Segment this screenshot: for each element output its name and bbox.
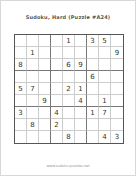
cell-r3c5: 6 (63, 59, 75, 71)
cell-r6c3: 9 (39, 95, 51, 107)
cell-r7c1: 3 (15, 107, 27, 119)
cell-r7c7: 1 (87, 107, 99, 119)
cell-r2c6[interactable] (75, 47, 87, 59)
footer-url: www.sudoku-puzzles.net (1, 164, 135, 168)
cell-r4c9[interactable] (111, 71, 123, 83)
cell-r8c6[interactable] (75, 119, 87, 131)
cell-r5c4[interactable] (51, 83, 63, 95)
cell-r7c6[interactable] (75, 107, 87, 119)
cell-r2c9: 9 (111, 47, 123, 59)
cell-r9c3[interactable] (39, 131, 51, 143)
cell-r9c1[interactable] (15, 131, 27, 143)
cell-r3c2[interactable] (27, 59, 39, 71)
cell-r4c8[interactable] (99, 71, 111, 83)
cell-r6c8: 1 (99, 95, 111, 107)
cell-r7c8: 7 (99, 107, 111, 119)
cell-r1c6[interactable] (75, 35, 87, 47)
cell-r9c6[interactable] (75, 131, 87, 143)
cell-r5c8[interactable] (99, 83, 111, 95)
cell-r9c9: 3 (111, 131, 123, 143)
cell-r6c5[interactable] (63, 95, 75, 107)
cell-r8c7[interactable] (87, 119, 99, 131)
cell-r6c6: 4 (75, 95, 87, 107)
cell-r9c4[interactable] (51, 131, 63, 143)
cell-r3c7[interactable] (87, 59, 99, 71)
cell-r9c2[interactable] (27, 131, 39, 143)
cell-r1c2[interactable] (27, 35, 39, 47)
cell-r8c8[interactable] (99, 119, 111, 131)
cell-r7c9[interactable] (111, 107, 123, 119)
cell-r1c3[interactable] (39, 35, 51, 47)
cell-r3c8[interactable] (99, 59, 111, 71)
cell-r3c3[interactable] (39, 59, 51, 71)
cell-r5c1: 5 (15, 83, 27, 95)
cell-r4c3[interactable] (39, 71, 51, 83)
cell-r4c4[interactable] (51, 71, 63, 83)
cell-r2c2: 1 (27, 47, 39, 59)
cell-r4c6[interactable] (75, 71, 87, 83)
cell-r2c7[interactable] (87, 47, 99, 59)
cell-r8c5[interactable] (63, 119, 75, 131)
cell-r3c4[interactable] (51, 59, 63, 71)
cell-r4c7: 6 (87, 71, 99, 83)
cell-r6c9[interactable] (111, 95, 123, 107)
cell-r8c3[interactable] (39, 119, 51, 131)
cell-r4c5[interactable] (63, 71, 75, 83)
cell-r9c8: 4 (99, 131, 111, 143)
cell-r7c5[interactable] (63, 107, 75, 119)
cell-r8c4: 2 (51, 119, 63, 131)
page-title: Sudoku, Hard (Puzzle #A24) (1, 14, 135, 20)
cell-r2c8[interactable] (99, 47, 111, 59)
cell-r5c2: 7 (27, 83, 39, 95)
cell-r5c5: 2 (63, 83, 75, 95)
cell-r2c3[interactable] (39, 47, 51, 59)
cell-r4c2[interactable] (27, 71, 39, 83)
cell-r1c9[interactable] (111, 35, 123, 47)
cell-r3c9[interactable] (111, 59, 123, 71)
cell-r6c2[interactable] (27, 95, 39, 107)
cell-r1c8: 5 (99, 35, 111, 47)
cell-r5c3[interactable] (39, 83, 51, 95)
cell-r8c9[interactable] (111, 119, 123, 131)
cell-r9c7[interactable] (87, 131, 99, 143)
cell-r1c7: 3 (87, 35, 99, 47)
cell-r1c1[interactable] (15, 35, 27, 47)
cell-r2c5[interactable] (63, 47, 75, 59)
cell-r3c1: 8 (15, 59, 27, 71)
cell-r9c5: 8 (63, 131, 75, 143)
cell-r6c4[interactable] (51, 95, 63, 107)
printable-sudoku-page: Sudoku, Hard (Puzzle #A24) 1351986965721… (0, 0, 136, 176)
cell-r3c6: 9 (75, 59, 87, 71)
cell-r7c3[interactable] (39, 107, 51, 119)
cell-r7c4: 4 (51, 107, 63, 119)
cell-r4c1[interactable] (15, 71, 27, 83)
cell-r7c2[interactable] (27, 107, 39, 119)
cell-r1c5: 1 (63, 35, 75, 47)
cell-r2c1[interactable] (15, 47, 27, 59)
cell-r5c7[interactable] (87, 83, 99, 95)
cell-r2c4[interactable] (51, 47, 63, 59)
cell-r5c6: 1 (75, 83, 87, 95)
sudoku-grid: 1351986965721941341782843 (14, 34, 124, 144)
cell-r6c7[interactable] (87, 95, 99, 107)
cell-r6c1[interactable] (15, 95, 27, 107)
cell-r1c4[interactable] (51, 35, 63, 47)
cell-r8c2: 8 (27, 119, 39, 131)
cell-r5c9[interactable] (111, 83, 123, 95)
cell-r8c1[interactable] (15, 119, 27, 131)
